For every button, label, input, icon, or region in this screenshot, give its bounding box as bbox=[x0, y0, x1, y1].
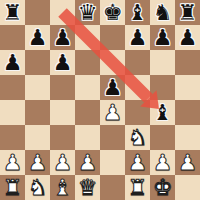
square-d8[interactable]: ♛ bbox=[75, 0, 100, 25]
square-c5[interactable] bbox=[50, 75, 75, 100]
square-g3[interactable] bbox=[150, 125, 175, 150]
piece-white-pawn[interactable]: ♟ bbox=[175, 150, 200, 175]
square-d5[interactable] bbox=[75, 75, 100, 100]
piece-black-bishop[interactable]: ♝ bbox=[125, 0, 150, 25]
square-g6[interactable] bbox=[150, 50, 175, 75]
square-e6[interactable] bbox=[100, 50, 125, 75]
square-f2[interactable]: ♟ bbox=[125, 150, 150, 175]
square-h4[interactable] bbox=[175, 100, 200, 125]
square-c4[interactable] bbox=[50, 100, 75, 125]
square-f5[interactable] bbox=[125, 75, 150, 100]
square-b1[interactable]: ♞ bbox=[25, 175, 50, 200]
square-b6[interactable] bbox=[25, 50, 50, 75]
piece-black-pawn[interactable]: ♟ bbox=[50, 50, 75, 75]
piece-white-knight[interactable]: ♞ bbox=[25, 175, 50, 200]
chess-board: ♜♛♚♝♞♜♟♟♟♟♟♟♟♟♟♝♞♟♟♟♟♟♟♟♜♞♝♛♜♚ bbox=[0, 0, 200, 200]
piece-white-king[interactable]: ♚ bbox=[150, 175, 175, 200]
square-a5[interactable] bbox=[0, 75, 25, 100]
square-h2[interactable]: ♟ bbox=[175, 150, 200, 175]
piece-black-king[interactable]: ♚ bbox=[100, 0, 125, 25]
square-h6[interactable] bbox=[175, 50, 200, 75]
square-b2[interactable]: ♟ bbox=[25, 150, 50, 175]
square-f1[interactable]: ♜ bbox=[125, 175, 150, 200]
piece-black-rook[interactable]: ♜ bbox=[0, 0, 25, 25]
square-g1[interactable]: ♚ bbox=[150, 175, 175, 200]
piece-white-pawn[interactable]: ♟ bbox=[0, 150, 25, 175]
piece-black-pawn[interactable]: ♟ bbox=[25, 25, 50, 50]
piece-black-pawn[interactable]: ♟ bbox=[50, 25, 75, 50]
square-h7[interactable]: ♟ bbox=[175, 25, 200, 50]
square-d2[interactable]: ♟ bbox=[75, 150, 100, 175]
square-h8[interactable]: ♜ bbox=[175, 0, 200, 25]
square-e2[interactable] bbox=[100, 150, 125, 175]
square-a7[interactable] bbox=[0, 25, 25, 50]
square-d1[interactable]: ♛ bbox=[75, 175, 100, 200]
square-c6[interactable]: ♟ bbox=[50, 50, 75, 75]
square-b4[interactable] bbox=[25, 100, 50, 125]
square-d6[interactable] bbox=[75, 50, 100, 75]
square-e5[interactable]: ♟ bbox=[100, 75, 125, 100]
square-b8[interactable] bbox=[25, 0, 50, 25]
square-a2[interactable]: ♟ bbox=[0, 150, 25, 175]
square-h5[interactable] bbox=[175, 75, 200, 100]
square-g8[interactable]: ♞ bbox=[150, 0, 175, 25]
piece-black-pawn[interactable]: ♟ bbox=[150, 25, 175, 50]
square-e8[interactable]: ♚ bbox=[100, 0, 125, 25]
piece-white-bishop[interactable]: ♝ bbox=[50, 175, 75, 200]
square-g2[interactable]: ♟ bbox=[150, 150, 175, 175]
piece-white-rook[interactable]: ♜ bbox=[0, 175, 25, 200]
square-a6[interactable]: ♟ bbox=[0, 50, 25, 75]
square-g4[interactable]: ♝ bbox=[150, 100, 175, 125]
square-e3[interactable] bbox=[100, 125, 125, 150]
square-e1[interactable] bbox=[100, 175, 125, 200]
square-f8[interactable]: ♝ bbox=[125, 0, 150, 25]
piece-black-knight[interactable]: ♞ bbox=[150, 0, 175, 25]
square-d4[interactable] bbox=[75, 100, 100, 125]
square-h1[interactable] bbox=[175, 175, 200, 200]
square-f3[interactable]: ♞ bbox=[125, 125, 150, 150]
square-c8[interactable] bbox=[50, 0, 75, 25]
square-b5[interactable] bbox=[25, 75, 50, 100]
square-f6[interactable] bbox=[125, 50, 150, 75]
square-c3[interactable] bbox=[50, 125, 75, 150]
chess-board-area: ♜♛♚♝♞♜♟♟♟♟♟♟♟♟♟♝♞♟♟♟♟♟♟♟♜♞♝♛♜♚ bbox=[0, 0, 200, 200]
piece-white-pawn[interactable]: ♟ bbox=[125, 150, 150, 175]
square-b3[interactable] bbox=[25, 125, 50, 150]
square-a3[interactable] bbox=[0, 125, 25, 150]
piece-white-pawn[interactable]: ♟ bbox=[75, 150, 100, 175]
square-g7[interactable]: ♟ bbox=[150, 25, 175, 50]
piece-white-knight[interactable]: ♞ bbox=[125, 125, 150, 150]
piece-black-queen[interactable]: ♛ bbox=[75, 0, 100, 25]
piece-white-queen[interactable]: ♛ bbox=[75, 175, 100, 200]
square-a8[interactable]: ♜ bbox=[0, 0, 25, 25]
square-c1[interactable]: ♝ bbox=[50, 175, 75, 200]
piece-white-pawn[interactable]: ♟ bbox=[25, 150, 50, 175]
square-f4[interactable] bbox=[125, 100, 150, 125]
piece-black-bishop[interactable]: ♝ bbox=[150, 100, 175, 125]
square-b7[interactable]: ♟ bbox=[25, 25, 50, 50]
piece-black-rook[interactable]: ♜ bbox=[175, 0, 200, 25]
piece-white-pawn[interactable]: ♟ bbox=[150, 150, 175, 175]
square-f7[interactable]: ♟ bbox=[125, 25, 150, 50]
square-d3[interactable] bbox=[75, 125, 100, 150]
piece-white-rook[interactable]: ♜ bbox=[125, 175, 150, 200]
piece-black-pawn[interactable]: ♟ bbox=[100, 75, 125, 100]
square-a1[interactable]: ♜ bbox=[0, 175, 25, 200]
square-h3[interactable] bbox=[175, 125, 200, 150]
square-c2[interactable]: ♟ bbox=[50, 150, 75, 175]
square-c7[interactable]: ♟ bbox=[50, 25, 75, 50]
piece-white-pawn[interactable]: ♟ bbox=[100, 100, 125, 125]
piece-black-pawn[interactable]: ♟ bbox=[175, 25, 200, 50]
piece-black-pawn[interactable]: ♟ bbox=[125, 25, 150, 50]
piece-white-pawn[interactable]: ♟ bbox=[50, 150, 75, 175]
piece-black-pawn[interactable]: ♟ bbox=[0, 50, 25, 75]
square-e7[interactable] bbox=[100, 25, 125, 50]
square-e4[interactable]: ♟ bbox=[100, 100, 125, 125]
square-a4[interactable] bbox=[0, 100, 25, 125]
square-d7[interactable] bbox=[75, 25, 100, 50]
square-g5[interactable] bbox=[150, 75, 175, 100]
